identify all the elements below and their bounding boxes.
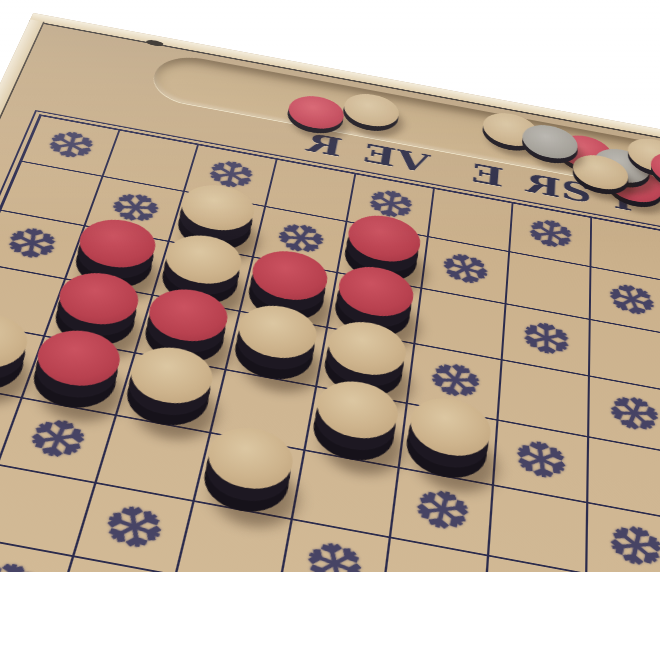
snowflake-ornament: ❆ <box>202 154 260 197</box>
photo-of-reversi-board: REVERSI ❆❆❆❆❆❆❆❆❆❆❆❆❆❆❆❆❆❆❆❆❆❆❆❆❆❆❆❆❆❆❆❆ <box>0 0 660 660</box>
game-board: REVERSI ❆❆❆❆❆❆❆❆❆❆❆❆❆❆❆❆❆❆❆❆❆❆❆❆❆❆❆❆❆❆❆❆ <box>0 24 660 660</box>
wood-disc-r5c3[interactable] <box>122 356 216 425</box>
board-rotation-wrap: REVERSI ❆❆❆❆❆❆❆❆❆❆❆❆❆❆❆❆❆❆❆❆❆❆❆❆❆❆❆❆❆❆❆❆ <box>0 0 660 660</box>
snowflake-ornament: ❆ <box>41 125 101 166</box>
tray-disc-gray[interactable] <box>521 121 578 163</box>
wood-disc-r6c4[interactable] <box>200 437 295 511</box>
wood-disc-r5c5[interactable] <box>310 390 398 460</box>
snowflake-ornament: ❆ <box>363 183 418 227</box>
disc-layer <box>0 24 660 660</box>
photo-white-margin <box>0 572 660 660</box>
board-perspective-wrap: REVERSI ❆❆❆❆❆❆❆❆❆❆❆❆❆❆❆❆❆❆❆❆❆❆❆❆❆❆❆❆❆❆❆❆ <box>0 0 660 660</box>
disc-face <box>521 121 578 163</box>
tray-disc-tan[interactable] <box>341 90 401 131</box>
red-disc-r5c2[interactable] <box>28 340 125 408</box>
snowflake-ornament: ❆ <box>524 212 578 257</box>
wood-disc-r5c6[interactable] <box>404 407 489 477</box>
